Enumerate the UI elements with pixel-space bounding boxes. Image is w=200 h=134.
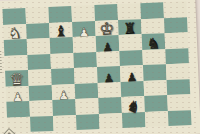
square-b2[interactable] [29,100,53,116]
square-d2[interactable] [75,98,99,114]
square-h4[interactable] [166,63,190,79]
square-g5[interactable] [142,49,166,65]
square-h3[interactable] [167,79,191,95]
square-d1[interactable] [76,113,100,129]
square-d8[interactable] [71,5,95,21]
square-c6[interactable] [50,37,74,53]
square-g2[interactable] [144,95,168,111]
square-a8[interactable] [2,8,26,24]
square-a3[interactable]: ♟ [6,85,30,101]
chess-board: ♞♝♟♚♜♟♞♛♟♟♟♟♞ [0,0,200,134]
square-c5[interactable] [50,52,74,68]
square-h1[interactable] [168,110,192,126]
square-g6[interactable]: ♞ [142,33,166,49]
square-h2[interactable] [167,94,191,110]
square-c4[interactable] [51,68,75,84]
square-b4[interactable] [28,69,52,85]
square-e5[interactable] [96,51,120,67]
square-f6[interactable] [119,34,143,50]
square-a7[interactable]: ♞ [3,23,27,39]
square-d3[interactable] [75,83,99,99]
square-c3[interactable]: ♟ [52,83,76,99]
square-b6[interactable] [27,38,51,54]
square-g7[interactable] [141,18,165,34]
border-print-marks [0,51,2,75]
square-c1[interactable] [53,114,77,130]
square-c2[interactable] [52,99,76,115]
square-b5[interactable] [27,53,51,69]
square-h8[interactable] [163,1,187,17]
square-c8[interactable] [48,6,72,22]
square-h6[interactable] [165,32,189,48]
square-f5[interactable] [119,50,143,66]
square-b1[interactable] [30,115,54,131]
square-a6[interactable] [4,39,28,55]
square-b7[interactable] [26,22,50,38]
board-grid: ♞♝♟♚♜♟♞♛♟♟♟♟♞ [2,1,191,133]
square-d5[interactable] [73,52,97,68]
square-g1[interactable] [145,111,169,127]
square-b8[interactable] [25,7,49,23]
square-c7[interactable]: ♝ [49,22,73,38]
square-f8[interactable] [117,3,141,19]
square-b3[interactable] [29,84,53,100]
square-f7[interactable]: ♜ [118,19,142,35]
square-d4[interactable] [74,67,98,83]
square-d6[interactable] [73,36,97,52]
square-e6[interactable]: ♟ [96,35,120,51]
square-e7[interactable]: ♚ [95,20,119,36]
square-h7[interactable] [164,17,188,33]
square-e3[interactable] [98,82,122,98]
square-e1[interactable] [99,113,123,129]
photo-background: ♞♝♟♚♜♟♞♛♟♟♟♟♞ [0,0,200,134]
square-a2[interactable] [6,101,30,117]
square-e2[interactable] [98,97,122,113]
square-d7[interactable]: ♟ [72,21,96,37]
square-f4[interactable]: ♟ [120,65,144,81]
square-h5[interactable] [165,48,189,64]
square-g4[interactable] [143,64,167,80]
square-e4[interactable]: ♟ [97,66,121,82]
square-g8[interactable] [140,2,164,18]
square-f3[interactable] [121,81,145,97]
square-a4[interactable]: ♛ [5,70,29,86]
square-f2[interactable]: ♞ [121,96,145,112]
square-g3[interactable] [144,80,168,96]
